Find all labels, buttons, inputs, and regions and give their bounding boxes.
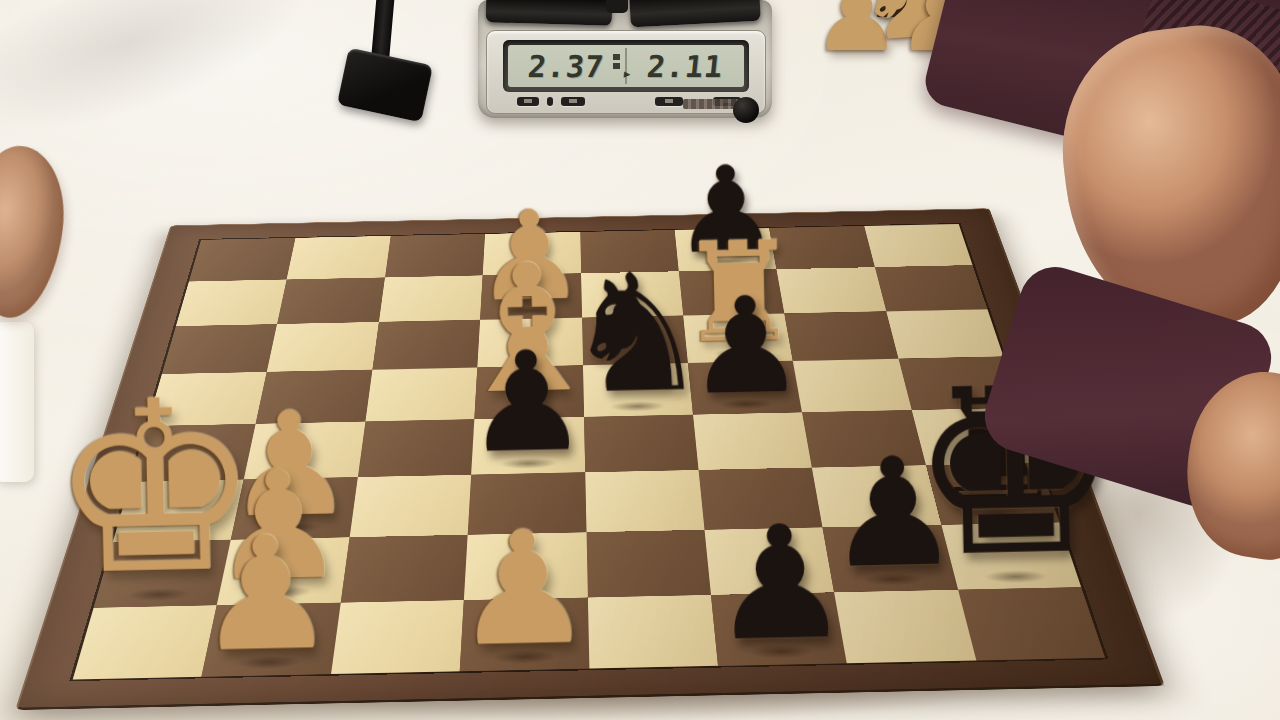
clock-rocker-pivot xyxy=(606,0,628,13)
board-grid: ♟♟♜♝♞♟♟♟♜♚♟♟♚♟♟♟ xyxy=(69,223,1108,681)
white-time: 2.37 xyxy=(527,49,607,84)
square-g5 xyxy=(586,530,711,598)
black-pawn: ♟ xyxy=(685,281,806,409)
square-a1 xyxy=(189,238,296,282)
square-c2 xyxy=(267,322,379,372)
white-pawn: ♟ xyxy=(194,518,337,670)
square-a2 xyxy=(287,236,391,280)
board-frame: ♟♟♜♝♞♟♟♟♜♚♟♟♚♟♟♟ xyxy=(15,208,1165,710)
square-d6: ♟ xyxy=(688,361,802,414)
square-e6 xyxy=(693,412,812,470)
clock-button[interactable] xyxy=(561,97,585,106)
clock-rocker-left-button[interactable] xyxy=(486,0,613,26)
lcd-flag-icons xyxy=(613,54,620,69)
clock-button[interactable] xyxy=(547,97,553,106)
square-h6: ♟ xyxy=(711,592,847,666)
square-h7 xyxy=(834,590,976,663)
square-g8: ♚ xyxy=(941,522,1081,589)
square-h2: ♟ xyxy=(202,603,341,677)
square-h8 xyxy=(958,587,1105,660)
cable-connector xyxy=(337,48,433,123)
black-pawn: ♟ xyxy=(464,336,590,470)
black-time: 2.11 xyxy=(646,49,726,84)
clock-lcd-bezel: 2.37 2.11 ▸ xyxy=(503,40,749,92)
square-d7 xyxy=(793,359,911,412)
square-h4: ♟ xyxy=(460,597,589,671)
clock-right-display: 2.11 xyxy=(627,45,744,87)
clock-left-display: 2.37 xyxy=(508,45,625,87)
clock-button[interactable] xyxy=(655,97,683,106)
paper-edge xyxy=(0,322,34,482)
square-b2 xyxy=(277,277,385,324)
square-g3 xyxy=(341,535,468,603)
square-b1 xyxy=(176,280,287,327)
square-b8 xyxy=(875,265,988,311)
white-pawn: ♟ xyxy=(451,513,594,665)
square-a8 xyxy=(864,224,973,267)
square-f5 xyxy=(585,470,705,532)
chess-clock: 2.37 2.11 ▸ xyxy=(478,0,772,118)
black-pawn: ♟ xyxy=(708,508,851,660)
left-player-hand xyxy=(0,141,72,323)
clock-lcd: 2.37 2.11 ▸ xyxy=(508,45,744,87)
clock-button[interactable] xyxy=(517,97,539,106)
clock-side-knob[interactable] xyxy=(733,97,759,123)
table-shadow-topleft xyxy=(0,0,393,181)
chessboard: ♟♟♜♝♞♟♟♟♜♚♟♟♚♟♟♟ xyxy=(15,208,1165,710)
square-h5 xyxy=(587,595,718,669)
square-e3 xyxy=(358,419,475,477)
square-h3 xyxy=(331,600,464,674)
square-e4: ♟ xyxy=(471,417,585,475)
clock-face: 2.37 2.11 ▸ xyxy=(486,30,766,114)
clock-brand-mark xyxy=(683,99,739,109)
square-e5 xyxy=(584,414,699,472)
turn-indicator-arrow: ▸ xyxy=(623,66,631,81)
